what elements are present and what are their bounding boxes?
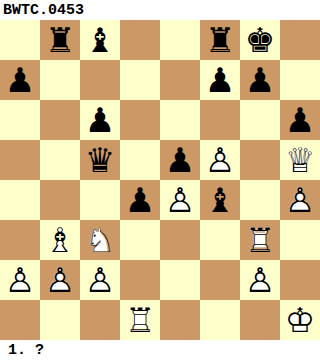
square-d6[interactable] <box>120 100 160 140</box>
square-e8[interactable] <box>160 20 200 60</box>
square-e6[interactable] <box>160 100 200 140</box>
white-pawn-icon: ♙ <box>240 260 280 300</box>
square-b4[interactable] <box>40 180 80 220</box>
square-g3[interactable]: ♜♖ <box>240 220 280 260</box>
black-pawn-icon: ♟ <box>200 60 240 100</box>
square-d4[interactable]: ♟ <box>120 180 160 220</box>
square-d8[interactable] <box>120 20 160 60</box>
square-g2[interactable]: ♟♙ <box>240 260 280 300</box>
chess-puzzle-window: BWTC.0453 ♜♝♜♚♟♟♟♟♟♛♟♟♙♛♕♟♟♙♝♟♙♝♗♞♘♜♖♟♙♟… <box>0 0 320 360</box>
white-pawn-icon: ♙ <box>80 260 120 300</box>
white-pawn-icon: ♙ <box>40 260 80 300</box>
square-h5[interactable]: ♛♕ <box>280 140 320 180</box>
square-h1[interactable]: ♚♔ <box>280 300 320 340</box>
square-b3[interactable]: ♝♗ <box>40 220 80 260</box>
move-prompt: 1. ? <box>0 340 320 360</box>
white-pawn-icon: ♙ <box>200 140 240 180</box>
square-c3[interactable]: ♞♘ <box>80 220 120 260</box>
square-b2[interactable]: ♟♙ <box>40 260 80 300</box>
white-king-icon: ♔ <box>280 300 320 340</box>
square-c2[interactable]: ♟♙ <box>80 260 120 300</box>
square-a6[interactable] <box>0 100 40 140</box>
square-f8[interactable]: ♜ <box>200 20 240 60</box>
square-h6[interactable]: ♟ <box>280 100 320 140</box>
square-e7[interactable] <box>160 60 200 100</box>
square-h4[interactable]: ♟♙ <box>280 180 320 220</box>
square-g6[interactable] <box>240 100 280 140</box>
square-e3[interactable] <box>160 220 200 260</box>
square-d3[interactable] <box>120 220 160 260</box>
square-f4[interactable]: ♝ <box>200 180 240 220</box>
white-queen-fill: ♛ <box>280 140 320 180</box>
square-a4[interactable] <box>0 180 40 220</box>
square-e1[interactable] <box>160 300 200 340</box>
square-f2[interactable] <box>200 260 240 300</box>
white-pawn-icon: ♙ <box>0 260 40 300</box>
square-g7[interactable]: ♟ <box>240 60 280 100</box>
square-a2[interactable]: ♟♙ <box>0 260 40 300</box>
black-pawn-icon: ♟ <box>160 140 200 180</box>
black-queen-icon: ♛ <box>80 140 120 180</box>
white-pawn-fill: ♟ <box>200 140 240 180</box>
square-c6[interactable]: ♟ <box>80 100 120 140</box>
white-queen-icon: ♕ <box>280 140 320 180</box>
white-pawn-fill: ♟ <box>0 260 40 300</box>
white-knight-fill: ♞ <box>80 220 120 260</box>
square-g8[interactable]: ♚ <box>240 20 280 60</box>
square-d7[interactable] <box>120 60 160 100</box>
chess-board: ♜♝♜♚♟♟♟♟♟♛♟♟♙♛♕♟♟♙♝♟♙♝♗♞♘♜♖♟♙♟♙♟♙♟♙♜♖♚♔ <box>0 20 320 340</box>
white-bishop-icon: ♗ <box>40 220 80 260</box>
white-knight-icon: ♘ <box>80 220 120 260</box>
square-c5[interactable]: ♛ <box>80 140 120 180</box>
white-rook-icon: ♖ <box>240 220 280 260</box>
square-e4[interactable]: ♟♙ <box>160 180 200 220</box>
black-rook-icon: ♜ <box>200 20 240 60</box>
black-bishop-icon: ♝ <box>80 20 120 60</box>
puzzle-title: BWTC.0453 <box>0 0 320 20</box>
square-e2[interactable] <box>160 260 200 300</box>
square-f6[interactable] <box>200 100 240 140</box>
black-pawn-icon: ♟ <box>120 180 160 220</box>
square-a7[interactable]: ♟ <box>0 60 40 100</box>
white-pawn-fill: ♟ <box>160 180 200 220</box>
black-bishop-icon: ♝ <box>200 180 240 220</box>
black-rook-icon: ♜ <box>40 20 80 60</box>
white-pawn-icon: ♙ <box>280 180 320 220</box>
square-d2[interactable] <box>120 260 160 300</box>
square-b6[interactable] <box>40 100 80 140</box>
square-g5[interactable] <box>240 140 280 180</box>
square-b1[interactable] <box>40 300 80 340</box>
white-pawn-fill: ♟ <box>80 260 120 300</box>
square-a1[interactable] <box>0 300 40 340</box>
black-king-icon: ♚ <box>240 20 280 60</box>
square-b8[interactable]: ♜ <box>40 20 80 60</box>
square-h7[interactable] <box>280 60 320 100</box>
square-a5[interactable] <box>0 140 40 180</box>
square-c7[interactable] <box>80 60 120 100</box>
square-h2[interactable] <box>280 260 320 300</box>
white-bishop-fill: ♝ <box>40 220 80 260</box>
white-rook-fill: ♜ <box>240 220 280 260</box>
square-b7[interactable] <box>40 60 80 100</box>
white-pawn-fill: ♟ <box>40 260 80 300</box>
square-c8[interactable]: ♝ <box>80 20 120 60</box>
square-c4[interactable] <box>80 180 120 220</box>
square-d5[interactable] <box>120 140 160 180</box>
square-f5[interactable]: ♟♙ <box>200 140 240 180</box>
square-a3[interactable] <box>0 220 40 260</box>
square-g1[interactable] <box>240 300 280 340</box>
square-c1[interactable] <box>80 300 120 340</box>
white-rook-fill: ♜ <box>120 300 160 340</box>
square-d1[interactable]: ♜♖ <box>120 300 160 340</box>
square-f3[interactable] <box>200 220 240 260</box>
square-h8[interactable] <box>280 20 320 60</box>
white-pawn-fill: ♟ <box>240 260 280 300</box>
square-b5[interactable] <box>40 140 80 180</box>
square-h3[interactable] <box>280 220 320 260</box>
square-f7[interactable]: ♟ <box>200 60 240 100</box>
white-king-fill: ♚ <box>280 300 320 340</box>
black-pawn-icon: ♟ <box>240 60 280 100</box>
black-pawn-icon: ♟ <box>0 60 40 100</box>
white-pawn-fill: ♟ <box>280 180 320 220</box>
square-a8[interactable] <box>0 20 40 60</box>
white-rook-icon: ♖ <box>120 300 160 340</box>
white-pawn-icon: ♙ <box>160 180 200 220</box>
square-f1[interactable] <box>200 300 240 340</box>
black-pawn-icon: ♟ <box>280 100 320 140</box>
black-pawn-icon: ♟ <box>80 100 120 140</box>
square-g4[interactable] <box>240 180 280 220</box>
square-e5[interactable]: ♟ <box>160 140 200 180</box>
